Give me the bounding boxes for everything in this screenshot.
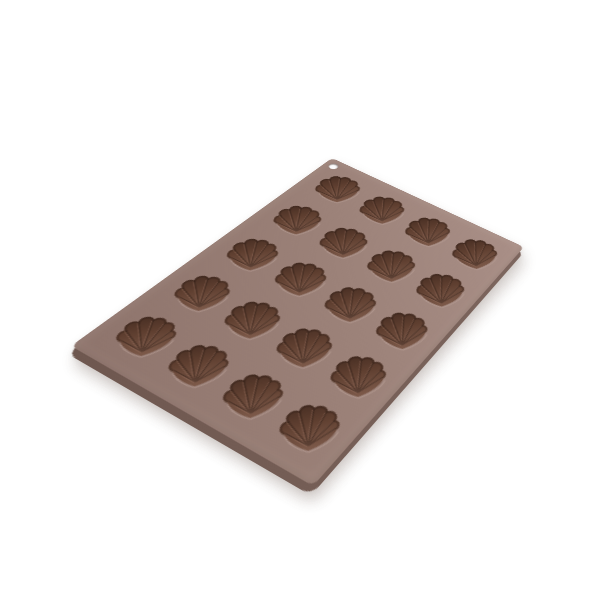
shell-cavity [413, 266, 470, 309]
shell-cavity [363, 243, 420, 284]
photo-background [0, 0, 600, 600]
mold-surface [71, 158, 524, 486]
shell-cavity [371, 304, 432, 352]
mold-shadow [0, 0, 600, 600]
madeleine-mold [71, 158, 524, 486]
shell-cavity [271, 394, 347, 457]
cavity-grid [71, 158, 524, 486]
